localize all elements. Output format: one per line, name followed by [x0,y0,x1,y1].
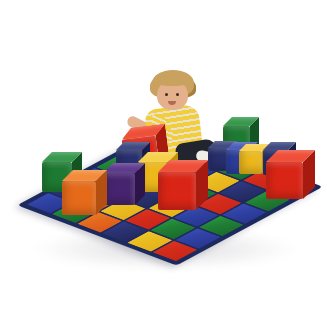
block-front-face [239,151,262,174]
orange-foam-block [62,170,107,215]
product-photo [0,0,327,327]
block-front-face [62,181,96,215]
block-front-face [158,172,196,210]
red-foam-block [158,160,208,210]
purple-foam-block [103,163,145,205]
red-foam-block [266,150,315,199]
blocks-layer [0,0,327,327]
block-front-face [103,173,135,205]
block-front-face [266,162,303,199]
